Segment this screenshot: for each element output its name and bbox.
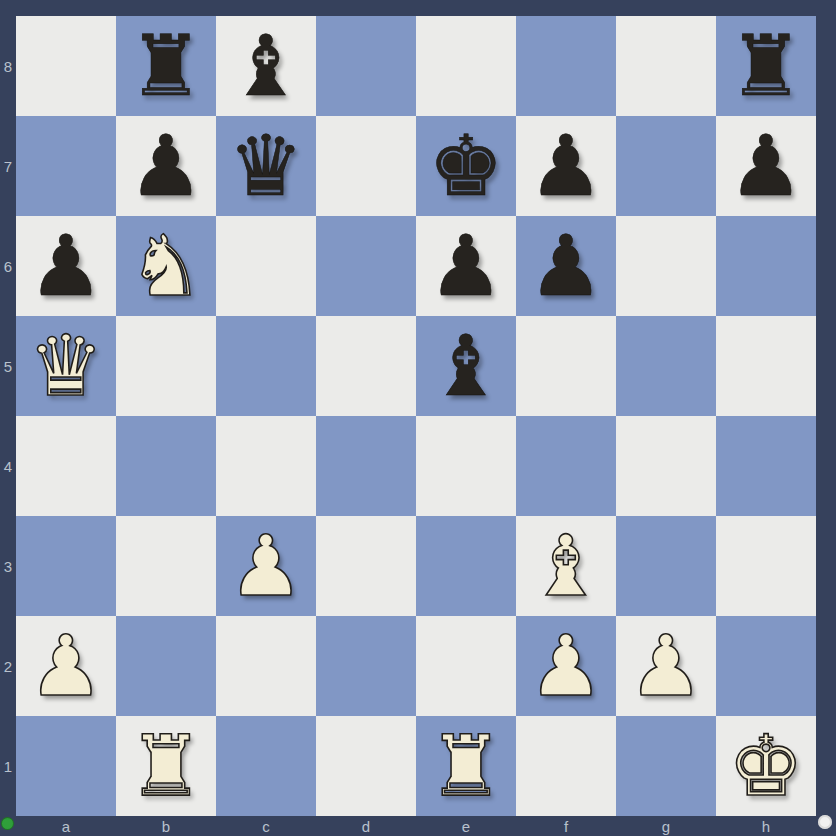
square-g2[interactable]: ♟ <box>616 616 716 716</box>
square-c6[interactable] <box>216 216 316 316</box>
piece-black-pawn[interactable]: ♟ <box>28 216 103 316</box>
piece-black-pawn[interactable]: ♟ <box>128 116 203 216</box>
square-d1[interactable] <box>316 716 416 816</box>
square-e2[interactable] <box>416 616 516 716</box>
square-g5[interactable] <box>616 316 716 416</box>
piece-black-bishop[interactable]: ♝ <box>428 316 503 416</box>
square-h6[interactable] <box>716 216 816 316</box>
square-b5[interactable] <box>116 316 216 416</box>
piece-black-pawn[interactable]: ♟ <box>528 216 603 316</box>
file-label-h: h <box>716 816 816 836</box>
square-a7[interactable] <box>16 116 116 216</box>
square-d8[interactable] <box>316 16 416 116</box>
square-g3[interactable] <box>616 516 716 616</box>
piece-white-rook[interactable]: ♜ <box>128 716 203 816</box>
piece-white-knight[interactable]: ♞ <box>128 216 203 316</box>
file-label-a: a <box>16 816 116 836</box>
square-h8[interactable]: ♜ <box>716 16 816 116</box>
piece-white-pawn[interactable]: ♟ <box>628 616 703 716</box>
square-c7[interactable]: ♛ <box>216 116 316 216</box>
file-label-b: b <box>116 816 216 836</box>
square-c3[interactable]: ♟ <box>216 516 316 616</box>
square-e8[interactable] <box>416 16 516 116</box>
square-c2[interactable] <box>216 616 316 716</box>
square-h4[interactable] <box>716 416 816 516</box>
square-c4[interactable] <box>216 416 316 516</box>
square-a4[interactable] <box>16 416 116 516</box>
rank-label-2: 2 <box>0 616 16 716</box>
piece-white-king[interactable]: ♚ <box>728 716 803 816</box>
piece-white-queen[interactable]: ♛ <box>28 316 103 416</box>
piece-white-rook[interactable]: ♜ <box>428 716 503 816</box>
square-e7[interactable]: ♚ <box>416 116 516 216</box>
square-d3[interactable] <box>316 516 416 616</box>
file-label-d: d <box>316 816 416 836</box>
square-d6[interactable] <box>316 216 416 316</box>
square-b4[interactable] <box>116 416 216 516</box>
rank-label-1: 1 <box>0 716 16 816</box>
connection-status-dot <box>1 817 14 830</box>
rank-label-6: 6 <box>0 216 16 316</box>
square-h1[interactable]: ♚ <box>716 716 816 816</box>
square-d5[interactable] <box>316 316 416 416</box>
piece-white-pawn[interactable]: ♟ <box>228 516 303 616</box>
square-h2[interactable] <box>716 616 816 716</box>
square-h7[interactable]: ♟ <box>716 116 816 216</box>
rank-label-3: 3 <box>0 516 16 616</box>
square-c8[interactable]: ♝ <box>216 16 316 116</box>
square-d4[interactable] <box>316 416 416 516</box>
chess-board: ♜♝♜♟♛♚♟♟♟♞♟♟♛♝♟♝♟♟♟♜♜♚ <box>16 16 816 816</box>
square-e3[interactable] <box>416 516 516 616</box>
square-b3[interactable] <box>116 516 216 616</box>
square-f8[interactable] <box>516 16 616 116</box>
piece-black-bishop[interactable]: ♝ <box>228 16 303 116</box>
square-g6[interactable] <box>616 216 716 316</box>
square-b2[interactable] <box>116 616 216 716</box>
square-f2[interactable]: ♟ <box>516 616 616 716</box>
piece-black-rook[interactable]: ♜ <box>128 16 203 116</box>
piece-black-pawn[interactable]: ♟ <box>728 116 803 216</box>
piece-black-pawn[interactable]: ♟ <box>528 116 603 216</box>
square-h5[interactable] <box>716 316 816 416</box>
square-d7[interactable] <box>316 116 416 216</box>
piece-white-pawn[interactable]: ♟ <box>528 616 603 716</box>
square-g8[interactable] <box>616 16 716 116</box>
square-a1[interactable] <box>16 716 116 816</box>
square-b7[interactable]: ♟ <box>116 116 216 216</box>
rank-label-5: 5 <box>0 316 16 416</box>
square-h3[interactable] <box>716 516 816 616</box>
file-label-f: f <box>516 816 616 836</box>
square-d2[interactable] <box>316 616 416 716</box>
square-f3[interactable]: ♝ <box>516 516 616 616</box>
square-b8[interactable]: ♜ <box>116 16 216 116</box>
square-a6[interactable]: ♟ <box>16 216 116 316</box>
file-label-c: c <box>216 816 316 836</box>
file-label-g: g <box>616 816 716 836</box>
piece-white-pawn[interactable]: ♟ <box>28 616 103 716</box>
piece-black-queen[interactable]: ♛ <box>228 116 303 216</box>
piece-black-pawn[interactable]: ♟ <box>428 216 503 316</box>
square-a8[interactable] <box>16 16 116 116</box>
square-f1[interactable] <box>516 716 616 816</box>
square-a5[interactable]: ♛ <box>16 316 116 416</box>
square-e1[interactable]: ♜ <box>416 716 516 816</box>
side-to-move-indicator <box>818 815 832 829</box>
square-c1[interactable] <box>216 716 316 816</box>
square-c5[interactable] <box>216 316 316 416</box>
chess-board-frame: ♜♝♜♟♛♚♟♟♟♞♟♟♛♝♟♝♟♟♟♜♜♚ 87654321abcdefgh <box>0 0 836 836</box>
piece-white-bishop[interactable]: ♝ <box>528 516 603 616</box>
square-g7[interactable] <box>616 116 716 216</box>
square-b6[interactable]: ♞ <box>116 216 216 316</box>
square-e4[interactable] <box>416 416 516 516</box>
file-label-e: e <box>416 816 516 836</box>
rank-label-4: 4 <box>0 416 16 516</box>
rank-label-8: 8 <box>0 16 16 116</box>
piece-black-rook[interactable]: ♜ <box>728 16 803 116</box>
square-f7[interactable]: ♟ <box>516 116 616 216</box>
piece-black-king[interactable]: ♚ <box>428 116 503 216</box>
square-a2[interactable]: ♟ <box>16 616 116 716</box>
square-f5[interactable] <box>516 316 616 416</box>
square-f4[interactable] <box>516 416 616 516</box>
square-e5[interactable]: ♝ <box>416 316 516 416</box>
rank-label-7: 7 <box>0 116 16 216</box>
square-f6[interactable]: ♟ <box>516 216 616 316</box>
square-a3[interactable] <box>16 516 116 616</box>
square-g4[interactable] <box>616 416 716 516</box>
square-e6[interactable]: ♟ <box>416 216 516 316</box>
square-g1[interactable] <box>616 716 716 816</box>
square-b1[interactable]: ♜ <box>116 716 216 816</box>
